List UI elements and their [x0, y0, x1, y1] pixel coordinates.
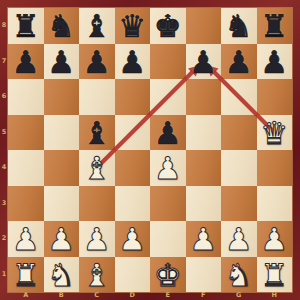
black-rook-h8[interactable]: ♜ [257, 8, 293, 44]
white-pawn-f2[interactable]: ♟ [186, 221, 222, 257]
square-f4[interactable] [186, 150, 222, 186]
file-label-e: E [150, 291, 186, 300]
square-b4[interactable] [44, 150, 80, 186]
square-d5[interactable] [115, 115, 151, 151]
square-b6[interactable] [44, 79, 80, 115]
black-pawn-d7[interactable]: ♟ [115, 44, 151, 80]
square-b3[interactable] [44, 186, 80, 222]
chess-board: ♜♞♝♛♚♞♜♟♟♟♟♟♟♟♝♟♛♝♟♟♟♟♟♟♟♟♜♞♝♚♞♜ [8, 8, 292, 292]
black-pawn-e5[interactable]: ♟ [150, 115, 186, 151]
white-knight-g1[interactable]: ♞ [221, 257, 257, 293]
square-f1[interactable] [186, 257, 222, 293]
square-e6[interactable] [150, 79, 186, 115]
square-e3[interactable] [150, 186, 186, 222]
square-c3[interactable] [79, 186, 115, 222]
square-h4[interactable] [257, 150, 293, 186]
square-g4[interactable] [221, 150, 257, 186]
square-d3[interactable] [115, 186, 151, 222]
black-knight-g8[interactable]: ♞ [221, 8, 257, 44]
rank-label-7: 7 [0, 44, 8, 80]
black-bishop-c8[interactable]: ♝ [79, 8, 115, 44]
rank-label-4: 4 [0, 150, 8, 186]
file-label-d: D [115, 291, 151, 300]
square-d6[interactable] [115, 79, 151, 115]
black-pawn-h7[interactable]: ♟ [257, 44, 293, 80]
black-queen-d8[interactable]: ♛ [115, 8, 151, 44]
square-a3[interactable] [8, 186, 44, 222]
square-b5[interactable] [44, 115, 80, 151]
rank-label-5: 5 [0, 115, 8, 151]
square-a5[interactable] [8, 115, 44, 151]
white-bishop-c4[interactable]: ♝ [79, 150, 115, 186]
black-rook-a8[interactable]: ♜ [8, 8, 44, 44]
rank-label-6: 6 [0, 79, 8, 115]
square-f6[interactable] [186, 79, 222, 115]
black-king-e8[interactable]: ♚ [150, 8, 186, 44]
black-pawn-b7[interactable]: ♟ [44, 44, 80, 80]
white-pawn-h2[interactable]: ♟ [257, 221, 293, 257]
black-bishop-c5[interactable]: ♝ [79, 115, 115, 151]
black-pawn-g7[interactable]: ♟ [221, 44, 257, 80]
square-h3[interactable] [257, 186, 293, 222]
black-pawn-f7[interactable]: ♟ [186, 44, 222, 80]
square-a6[interactable] [8, 79, 44, 115]
chess-board-frame: ♜♞♝♛♚♞♜♟♟♟♟♟♟♟♝♟♛♝♟♟♟♟♟♟♟♟♜♞♝♚♞♜ 8765432… [0, 0, 300, 300]
white-pawn-c2[interactable]: ♟ [79, 221, 115, 257]
file-label-h: H [257, 291, 293, 300]
black-pawn-c7[interactable]: ♟ [79, 44, 115, 80]
file-label-f: F [186, 291, 222, 300]
white-pawn-g2[interactable]: ♟ [221, 221, 257, 257]
square-g6[interactable] [221, 79, 257, 115]
white-rook-h1[interactable]: ♜ [257, 257, 293, 293]
file-label-b: B [44, 291, 80, 300]
square-e2[interactable] [150, 221, 186, 257]
white-king-e1[interactable]: ♚ [150, 257, 186, 293]
rank-label-2: 2 [0, 221, 8, 257]
white-pawn-a2[interactable]: ♟ [8, 221, 44, 257]
white-bishop-c1[interactable]: ♝ [79, 257, 115, 293]
square-e7[interactable] [150, 44, 186, 80]
rank-label-8: 8 [0, 8, 8, 44]
square-g5[interactable] [221, 115, 257, 151]
square-d4[interactable] [115, 150, 151, 186]
file-label-a: A [8, 291, 44, 300]
black-pawn-a7[interactable]: ♟ [8, 44, 44, 80]
square-a4[interactable] [8, 150, 44, 186]
rank-label-1: 1 [0, 257, 8, 293]
square-c6[interactable] [79, 79, 115, 115]
white-queen-h5[interactable]: ♛ [257, 115, 293, 151]
white-pawn-e4[interactable]: ♟ [150, 150, 186, 186]
rank-label-3: 3 [0, 186, 8, 222]
file-label-c: C [79, 291, 115, 300]
square-f3[interactable] [186, 186, 222, 222]
file-label-g: G [221, 291, 257, 300]
square-d1[interactable] [115, 257, 151, 293]
white-pawn-b2[interactable]: ♟ [44, 221, 80, 257]
square-f5[interactable] [186, 115, 222, 151]
white-pawn-d2[interactable]: ♟ [115, 221, 151, 257]
square-g3[interactable] [221, 186, 257, 222]
white-rook-a1[interactable]: ♜ [8, 257, 44, 293]
black-knight-b8[interactable]: ♞ [44, 8, 80, 44]
white-knight-b1[interactable]: ♞ [44, 257, 80, 293]
square-h6[interactable] [257, 79, 293, 115]
square-f8[interactable] [186, 8, 222, 44]
